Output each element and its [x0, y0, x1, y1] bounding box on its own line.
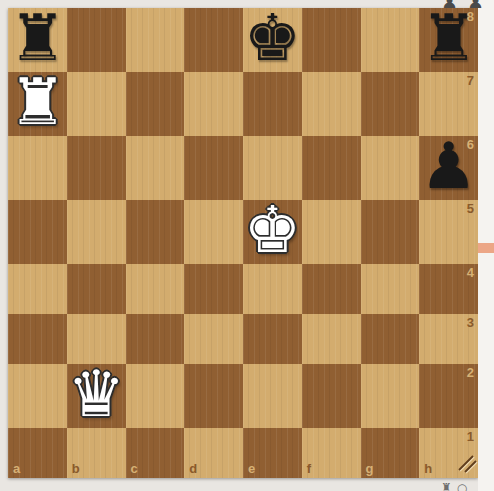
square-c4[interactable]	[126, 264, 185, 314]
rank-label-8: 8	[467, 9, 474, 24]
rank-label-6: 6	[467, 137, 474, 152]
bottom-partial-glyph-1: ○	[457, 482, 467, 491]
bottom-captured-partial: ♜○	[441, 482, 487, 491]
square-d8[interactable]	[184, 8, 243, 72]
file-label-d: d	[189, 461, 197, 476]
square-g2[interactable]	[361, 364, 420, 428]
file-label-h: h	[424, 461, 432, 476]
square-b8[interactable]	[67, 8, 126, 72]
square-e8[interactable]: ♚	[243, 8, 302, 72]
white-rook[interactable]: ♜	[9, 70, 66, 134]
file-label-f: f	[307, 461, 311, 476]
file-label-a: a	[13, 461, 20, 476]
square-c8[interactable]	[126, 8, 185, 72]
square-a3[interactable]	[8, 314, 67, 364]
square-d1[interactable]: d	[184, 428, 243, 478]
square-d2[interactable]	[184, 364, 243, 428]
captured-black-pawn-icon: ♟	[467, 0, 484, 1]
rank-label-1: 1	[467, 429, 474, 444]
square-a4[interactable]	[8, 264, 67, 314]
square-g1[interactable]: g	[361, 428, 420, 478]
captured-black-pawn-icon: ♟	[441, 0, 458, 1]
square-a8[interactable]: ♜	[8, 8, 67, 72]
square-b7[interactable]	[67, 72, 126, 136]
square-h4[interactable]: 4	[419, 264, 478, 314]
rank-label-2: 2	[467, 365, 474, 380]
square-h3[interactable]: 3	[419, 314, 478, 364]
square-d6[interactable]	[184, 136, 243, 200]
square-f7[interactable]	[302, 72, 361, 136]
square-b4[interactable]	[67, 264, 126, 314]
square-g3[interactable]	[361, 314, 420, 364]
square-d5[interactable]	[184, 200, 243, 264]
bottom-partial-glyph-0: ♜	[441, 482, 452, 491]
square-c2[interactable]	[126, 364, 185, 428]
captured-pieces-tray: ♟♟	[441, 0, 494, 8]
square-f2[interactable]	[302, 364, 361, 428]
square-f6[interactable]	[302, 136, 361, 200]
file-label-b: b	[72, 461, 80, 476]
file-label-e: e	[248, 461, 255, 476]
side-panel-edge	[478, 0, 494, 491]
file-label-g: g	[366, 461, 374, 476]
rank-label-3: 3	[467, 315, 474, 330]
square-c6[interactable]	[126, 136, 185, 200]
square-e2[interactable]	[243, 364, 302, 428]
chess-board[interactable]: ♜♚8♜♜76♟♚543♛2abcdefgh1	[8, 8, 478, 478]
square-b6[interactable]	[67, 136, 126, 200]
square-a7[interactable]: ♜	[8, 72, 67, 136]
square-c3[interactable]	[126, 314, 185, 364]
square-a5[interactable]	[8, 200, 67, 264]
square-g8[interactable]	[361, 8, 420, 72]
scrollbar-thumb[interactable]	[478, 243, 494, 253]
square-e7[interactable]	[243, 72, 302, 136]
square-d7[interactable]	[184, 72, 243, 136]
square-e4[interactable]	[243, 264, 302, 314]
square-a6[interactable]	[8, 136, 67, 200]
square-e6[interactable]	[243, 136, 302, 200]
square-b2[interactable]: ♛	[67, 364, 126, 428]
square-f5[interactable]	[302, 200, 361, 264]
square-d4[interactable]	[184, 264, 243, 314]
rank-label-4: 4	[467, 265, 474, 280]
square-e5[interactable]: ♚	[243, 200, 302, 264]
square-e3[interactable]	[243, 314, 302, 364]
rank-label-5: 5	[467, 201, 474, 216]
rank-label-7: 7	[467, 73, 474, 88]
square-g7[interactable]	[361, 72, 420, 136]
square-h6[interactable]: 6♟	[419, 136, 478, 200]
square-c7[interactable]	[126, 72, 185, 136]
square-f1[interactable]: f	[302, 428, 361, 478]
square-c5[interactable]	[126, 200, 185, 264]
square-b5[interactable]	[67, 200, 126, 264]
square-f3[interactable]	[302, 314, 361, 364]
white-queen[interactable]: ♛	[67, 362, 124, 426]
resize-grip-icon	[457, 460, 478, 477]
square-a1[interactable]: a	[8, 428, 67, 478]
square-b1[interactable]: b	[67, 428, 126, 478]
board-resize-handle[interactable]	[457, 454, 478, 478]
square-g5[interactable]	[361, 200, 420, 264]
square-g6[interactable]	[361, 136, 420, 200]
square-g4[interactable]	[361, 264, 420, 314]
square-h5[interactable]: 5	[419, 200, 478, 264]
square-f8[interactable]	[302, 8, 361, 72]
square-a2[interactable]	[8, 364, 67, 428]
file-label-c: c	[131, 461, 138, 476]
square-h8[interactable]: 8♜	[419, 8, 478, 72]
square-f4[interactable]	[302, 264, 361, 314]
square-h7[interactable]: 7	[419, 72, 478, 136]
square-h2[interactable]: 2	[419, 364, 478, 428]
black-king[interactable]: ♚	[244, 6, 301, 70]
square-d3[interactable]	[184, 314, 243, 364]
black-rook[interactable]: ♜	[9, 6, 66, 70]
square-e1[interactable]: e	[243, 428, 302, 478]
white-king[interactable]: ♚	[244, 198, 301, 262]
square-c1[interactable]: c	[126, 428, 185, 478]
